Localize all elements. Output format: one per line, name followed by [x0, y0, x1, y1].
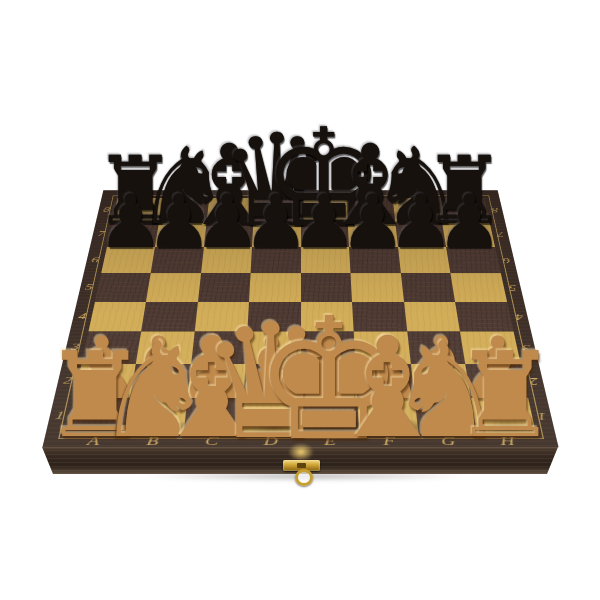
- square-g5[interactable]: [400, 273, 455, 301]
- square-a5[interactable]: [94, 273, 150, 301]
- light-reflection: [288, 443, 314, 461]
- square-f6[interactable]: [349, 246, 400, 273]
- square-e7[interactable]: [300, 221, 349, 246]
- board-border-back: [436, 190, 483, 198]
- square-b8[interactable]: [159, 198, 209, 222]
- board-border-back: [208, 190, 254, 198]
- square-e4[interactable]: [300, 301, 353, 331]
- square-h8[interactable]: [438, 198, 489, 222]
- square-f3[interactable]: [353, 331, 410, 363]
- board-border-back: [254, 190, 300, 198]
- square-c5[interactable]: [197, 273, 250, 301]
- square-f2[interactable]: [355, 363, 414, 397]
- file-label-g: G: [418, 434, 479, 447]
- square-f8[interactable]: [346, 198, 394, 222]
- board-border-back: [300, 190, 346, 198]
- square-d8[interactable]: [253, 198, 300, 222]
- square-d2[interactable]: [243, 363, 300, 397]
- square-h2[interactable]: [465, 363, 527, 397]
- square-c3[interactable]: [190, 331, 247, 363]
- chess-board: 8877665544332211ABCDEFGH: [42, 190, 558, 447]
- square-b5[interactable]: [146, 273, 201, 301]
- board-border-back: [162, 190, 209, 198]
- square-h6[interactable]: [446, 246, 500, 273]
- square-e2[interactable]: [300, 363, 357, 397]
- square-e6[interactable]: [300, 246, 350, 273]
- square-c4[interactable]: [194, 301, 249, 331]
- board-border-back: [391, 190, 438, 198]
- square-e3[interactable]: [300, 331, 355, 363]
- board-border-corner: [42, 434, 65, 447]
- square-h4[interactable]: [455, 301, 513, 331]
- square-a2[interactable]: [73, 363, 135, 397]
- square-g3[interactable]: [406, 331, 464, 363]
- square-h7[interactable]: [441, 221, 494, 246]
- square-a6[interactable]: [100, 246, 154, 273]
- square-h1[interactable]: [470, 397, 535, 434]
- file-label-h: H: [476, 434, 538, 447]
- square-f4[interactable]: [352, 301, 407, 331]
- square-c8[interactable]: [206, 198, 254, 222]
- square-g4[interactable]: [403, 301, 459, 331]
- board-border-back: [482, 190, 499, 198]
- board-border-back: [117, 190, 164, 198]
- file-label-f: F: [359, 434, 419, 447]
- square-a7[interactable]: [106, 221, 159, 246]
- square-d5[interactable]: [249, 273, 301, 301]
- file-label-b: B: [122, 434, 183, 447]
- square-g7[interactable]: [394, 221, 445, 246]
- board-border-back: [345, 190, 391, 198]
- square-b6[interactable]: [150, 246, 203, 273]
- square-h5[interactable]: [450, 273, 506, 301]
- file-label-a: A: [62, 434, 124, 447]
- board-border-corner: [535, 434, 558, 447]
- square-d7[interactable]: [251, 221, 300, 246]
- square-d4[interactable]: [247, 301, 300, 331]
- square-b2[interactable]: [130, 363, 190, 397]
- square-e1[interactable]: [300, 397, 359, 434]
- brass-clasp-latch[interactable]: [283, 459, 321, 483]
- square-f7[interactable]: [347, 221, 397, 246]
- square-g2[interactable]: [410, 363, 470, 397]
- square-b3[interactable]: [135, 331, 193, 363]
- square-c7[interactable]: [203, 221, 253, 246]
- square-g1[interactable]: [414, 397, 477, 434]
- chess-set-photo: 8877665544332211ABCDEFGH ♜♞♝♛♚♝♞♜♟♟♟♟♟♟♟…: [0, 0, 600, 600]
- square-e8[interactable]: [300, 198, 347, 222]
- square-f5[interactable]: [350, 273, 403, 301]
- square-a1[interactable]: [65, 397, 130, 434]
- square-b1[interactable]: [124, 397, 187, 434]
- square-b4[interactable]: [141, 301, 197, 331]
- square-g8[interactable]: [392, 198, 442, 222]
- square-d6[interactable]: [250, 246, 300, 273]
- square-f1[interactable]: [357, 397, 418, 434]
- square-d1[interactable]: [241, 397, 300, 434]
- board-border-back: [101, 190, 118, 198]
- square-a4[interactable]: [87, 301, 145, 331]
- file-label-c: C: [181, 434, 241, 447]
- square-c6[interactable]: [200, 246, 251, 273]
- square-h3[interactable]: [459, 331, 519, 363]
- square-e5[interactable]: [300, 273, 352, 301]
- clasp-ring: [295, 469, 313, 486]
- square-g6[interactable]: [397, 246, 450, 273]
- square-d3[interactable]: [245, 331, 300, 363]
- clasp-slot: [297, 463, 306, 468]
- square-b7[interactable]: [154, 221, 205, 246]
- square-c1[interactable]: [182, 397, 243, 434]
- square-a3[interactable]: [80, 331, 140, 363]
- square-a8[interactable]: [111, 198, 162, 222]
- square-c2[interactable]: [186, 363, 245, 397]
